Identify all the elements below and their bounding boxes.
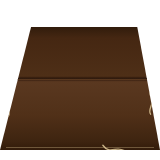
chess-board-frame xyxy=(0,27,160,150)
board-fold-seam xyxy=(0,78,160,80)
chess-set-photo xyxy=(0,0,160,160)
carved-ornament-left-edge-icon xyxy=(0,68,19,117)
carved-ornament-bottom-left-icon xyxy=(1,140,62,160)
frame-border-engraving xyxy=(6,147,153,148)
carved-ornament-right-edge-icon xyxy=(140,66,160,115)
